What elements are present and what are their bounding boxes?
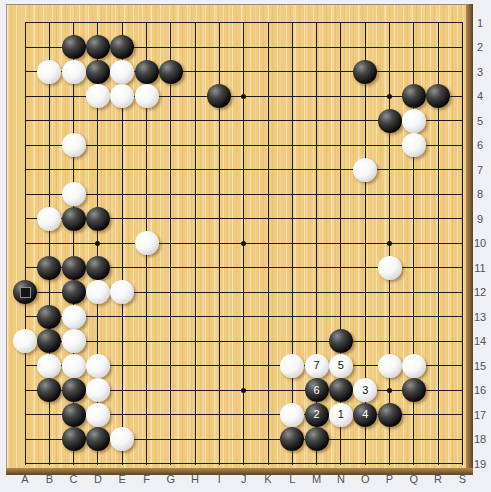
white-stone [353,158,377,182]
white-stone [86,84,110,108]
row-label: 18 [471,433,489,445]
white-stone [62,329,86,353]
grid-line [25,23,26,465]
go-app-window: 7563214ABCDEFGHIJKLMNOPQRS12345678910111… [0,0,491,492]
black-stone [135,60,159,84]
white-stone [135,84,159,108]
black-stone [402,378,426,402]
black-stone [329,378,353,402]
star-point [241,94,246,99]
white-stone-move-5: 5 [329,354,353,378]
column-label: F [139,473,155,485]
black-stone [62,280,86,304]
column-label: O [357,473,373,485]
black-stone [378,109,402,133]
column-label: L [284,473,300,485]
grid-line [268,23,269,465]
row-label: 6 [471,139,489,151]
row-label: 2 [471,41,489,53]
grid-line [462,23,463,465]
grid-line [292,23,293,465]
white-stone [378,256,402,280]
row-label: 16 [471,384,489,396]
black-stone [86,60,110,84]
white-stone-move-7: 7 [305,354,329,378]
star-point [241,388,246,393]
black-stone [62,256,86,280]
black-stone-move-2: 2 [305,403,329,427]
white-stone [402,354,426,378]
star-point [387,388,392,393]
column-label: P [382,473,398,485]
column-label: I [211,473,227,485]
column-label: G [163,473,179,485]
column-label: D [90,473,106,485]
column-label: E [114,473,130,485]
row-label: 15 [471,360,489,372]
row-label: 1 [471,17,489,29]
row-label: 9 [471,213,489,225]
column-label: R [430,473,446,485]
black-stone [62,35,86,59]
square-marker [20,287,31,298]
column-label: N [333,473,349,485]
white-stone [135,231,159,255]
black-stone [86,207,110,231]
white-stone [86,403,110,427]
black-stone-move-4: 4 [353,403,377,427]
white-stone [402,133,426,157]
black-stone [86,256,110,280]
row-label: 14 [471,335,489,347]
white-stone [86,280,110,304]
black-stone [353,60,377,84]
row-label: 12 [471,286,489,298]
grid-line [25,341,463,342]
row-label: 7 [471,164,489,176]
star-point [387,94,392,99]
white-stone-move-1: 1 [329,403,353,427]
white-stone [37,207,61,231]
grid-line [25,194,463,195]
star-point [387,241,392,246]
black-stone [62,403,86,427]
column-label: S [454,473,470,485]
column-label: A [17,473,33,485]
white-stone [62,305,86,329]
column-label: Q [406,473,422,485]
white-stone [13,329,37,353]
row-label: 19 [471,458,489,470]
row-label: 17 [471,409,489,421]
row-label: 3 [471,66,489,78]
white-stone [37,354,61,378]
white-stone [62,182,86,206]
grid-line [25,22,463,23]
column-label: C [66,473,82,485]
grid-line [25,463,463,464]
column-label: J [236,473,252,485]
row-label: 11 [471,262,489,274]
white-stone [402,109,426,133]
white-stone [110,60,134,84]
white-stone [86,354,110,378]
white-stone [280,354,304,378]
black-stone [378,403,402,427]
black-stone [62,207,86,231]
grid-line [25,169,463,170]
row-label: 13 [471,311,489,323]
row-label: 4 [471,90,489,102]
black-stone-move-6: 6 [305,378,329,402]
black-stone [329,329,353,353]
white-stone [378,354,402,378]
grid-line [195,23,196,465]
black-stone [402,84,426,108]
star-point [241,241,246,246]
grid-line [170,23,171,465]
column-label: M [309,473,325,485]
black-stone [62,427,86,451]
row-label: 10 [471,237,489,249]
black-stone [86,427,110,451]
column-label: B [41,473,57,485]
black-stone [37,305,61,329]
black-stone [13,280,37,304]
black-stone [37,256,61,280]
white-stone [62,60,86,84]
grid-line [25,316,463,317]
white-stone [62,354,86,378]
row-label: 5 [471,115,489,127]
grid-line [25,145,463,146]
column-label: H [187,473,203,485]
black-stone [62,378,86,402]
column-label: K [260,473,276,485]
black-stone [159,60,183,84]
black-stone [305,427,329,451]
white-stone [86,378,110,402]
white-stone [280,403,304,427]
row-label: 8 [471,188,489,200]
white-stone [37,60,61,84]
black-stone [86,35,110,59]
white-stone [62,133,86,157]
